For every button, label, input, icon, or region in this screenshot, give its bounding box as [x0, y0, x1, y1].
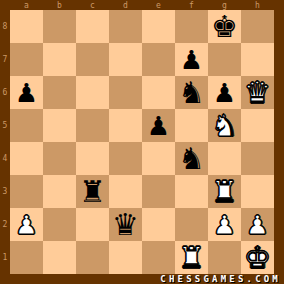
square-c6[interactable]: [76, 76, 109, 109]
square-f1[interactable]: ♜: [175, 241, 208, 274]
piece-white-pawn[interactable]: ♟: [208, 208, 241, 241]
file-label-f: f: [175, 0, 208, 10]
square-g2[interactable]: ♟: [208, 208, 241, 241]
square-e3[interactable]: [142, 175, 175, 208]
piece-black-pawn[interactable]: ♟: [142, 109, 175, 142]
square-g7[interactable]: [208, 43, 241, 76]
file-label-b: b: [43, 0, 76, 10]
square-f3[interactable]: [175, 175, 208, 208]
square-f7[interactable]: ♟: [175, 43, 208, 76]
square-b7[interactable]: [43, 43, 76, 76]
square-b3[interactable]: [43, 175, 76, 208]
square-e6[interactable]: [142, 76, 175, 109]
square-e4[interactable]: [142, 142, 175, 175]
square-g6[interactable]: ♟: [208, 76, 241, 109]
piece-black-knight[interactable]: ♞: [175, 142, 208, 175]
rank-label-5: 5: [0, 109, 10, 142]
square-b1[interactable]: [43, 241, 76, 274]
square-g5[interactable]: ♞: [208, 109, 241, 142]
square-h4[interactable]: [241, 142, 274, 175]
rank-label-4: 4: [0, 142, 10, 175]
square-f2[interactable]: [175, 208, 208, 241]
square-g4[interactable]: [208, 142, 241, 175]
square-d5[interactable]: [109, 109, 142, 142]
square-c4[interactable]: [76, 142, 109, 175]
piece-white-queen[interactable]: ♛: [241, 76, 274, 109]
piece-white-rook[interactable]: ♜: [208, 175, 241, 208]
square-f5[interactable]: [175, 109, 208, 142]
square-e1[interactable]: [142, 241, 175, 274]
file-label-g: g: [208, 0, 241, 10]
square-d2[interactable]: ♛: [109, 208, 142, 241]
square-b4[interactable]: [43, 142, 76, 175]
file-label-c: c: [76, 0, 109, 10]
board-frame: ♚♟♟♞♟♛♟♞♞♜♜♟♛♟♟♜♚ CHESSGAMES.COM abcdefg…: [0, 0, 284, 284]
square-f8[interactable]: [175, 10, 208, 43]
piece-white-pawn[interactable]: ♟: [241, 208, 274, 241]
piece-black-knight[interactable]: ♞: [175, 76, 208, 109]
square-a5[interactable]: [10, 109, 43, 142]
site-watermark: CHESSGAMES.COM: [160, 274, 281, 284]
square-b5[interactable]: [43, 109, 76, 142]
square-h1[interactable]: ♚: [241, 241, 274, 274]
piece-black-pawn[interactable]: ♟: [208, 76, 241, 109]
square-f6[interactable]: ♞: [175, 76, 208, 109]
square-a2[interactable]: ♟: [10, 208, 43, 241]
square-h6[interactable]: ♛: [241, 76, 274, 109]
square-d1[interactable]: [109, 241, 142, 274]
file-label-a: a: [10, 0, 43, 10]
square-d4[interactable]: [109, 142, 142, 175]
square-b2[interactable]: [43, 208, 76, 241]
square-c8[interactable]: [76, 10, 109, 43]
square-c5[interactable]: [76, 109, 109, 142]
piece-black-queen[interactable]: ♛: [109, 208, 142, 241]
rank-label-6: 6: [0, 76, 10, 109]
piece-black-pawn[interactable]: ♟: [175, 43, 208, 76]
square-a7[interactable]: [10, 43, 43, 76]
square-a1[interactable]: [10, 241, 43, 274]
square-g8[interactable]: ♚: [208, 10, 241, 43]
square-h8[interactable]: [241, 10, 274, 43]
piece-black-king[interactable]: ♚: [208, 10, 241, 43]
piece-black-pawn[interactable]: ♟: [10, 76, 43, 109]
piece-white-king[interactable]: ♚: [241, 241, 274, 274]
square-d6[interactable]: [109, 76, 142, 109]
square-b6[interactable]: [43, 76, 76, 109]
piece-white-pawn[interactable]: ♟: [10, 208, 43, 241]
rank-label-3: 3: [0, 175, 10, 208]
rank-label-7: 7: [0, 43, 10, 76]
square-a8[interactable]: [10, 10, 43, 43]
chess-board: ♚♟♟♞♟♛♟♞♞♜♜♟♛♟♟♜♚: [10, 10, 274, 274]
square-b8[interactable]: [43, 10, 76, 43]
square-e5[interactable]: ♟: [142, 109, 175, 142]
square-d3[interactable]: [109, 175, 142, 208]
square-d8[interactable]: [109, 10, 142, 43]
square-a3[interactable]: [10, 175, 43, 208]
square-c2[interactable]: [76, 208, 109, 241]
square-e2[interactable]: [142, 208, 175, 241]
square-d7[interactable]: [109, 43, 142, 76]
square-c3[interactable]: ♜: [76, 175, 109, 208]
square-c7[interactable]: [76, 43, 109, 76]
rank-label-8: 8: [0, 10, 10, 43]
square-a6[interactable]: ♟: [10, 76, 43, 109]
rank-label-1: 1: [0, 241, 10, 274]
file-label-d: d: [109, 0, 142, 10]
square-h7[interactable]: [241, 43, 274, 76]
square-c1[interactable]: [76, 241, 109, 274]
square-h3[interactable]: [241, 175, 274, 208]
square-h2[interactable]: ♟: [241, 208, 274, 241]
piece-white-rook[interactable]: ♜: [175, 241, 208, 274]
square-g3[interactable]: ♜: [208, 175, 241, 208]
file-label-h: h: [241, 0, 274, 10]
square-g1[interactable]: [208, 241, 241, 274]
square-h5[interactable]: [241, 109, 274, 142]
square-f4[interactable]: ♞: [175, 142, 208, 175]
square-e7[interactable]: [142, 43, 175, 76]
square-e8[interactable]: [142, 10, 175, 43]
piece-black-rook[interactable]: ♜: [76, 175, 109, 208]
square-a4[interactable]: [10, 142, 43, 175]
file-label-e: e: [142, 0, 175, 10]
rank-label-2: 2: [0, 208, 10, 241]
piece-white-knight[interactable]: ♞: [208, 109, 241, 142]
